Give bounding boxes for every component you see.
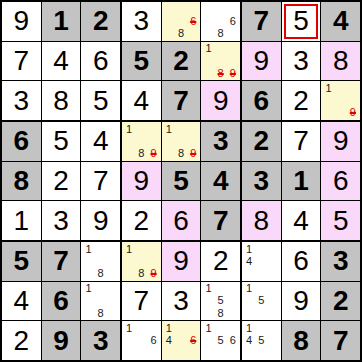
eliminated-candidate-6: 6 xyxy=(187,15,199,27)
filled-digit: 3 xyxy=(293,47,309,75)
filled-digit: 6 xyxy=(293,247,309,275)
filled-digit: 9 xyxy=(14,7,30,35)
empty-mark-slot xyxy=(163,347,175,359)
empty-mark-slot xyxy=(255,347,267,359)
empty-mark-slot xyxy=(175,3,187,15)
cell-r6c8[interactable]: 4 xyxy=(282,201,321,240)
filled-digit: 9 xyxy=(213,87,229,115)
filled-digit: 8 xyxy=(53,87,69,115)
cell-r7c4[interactable]: 189 xyxy=(122,242,161,281)
filled-digit: 3 xyxy=(53,207,69,235)
cell-r9c2[interactable]: 9 xyxy=(42,321,81,360)
empty-mark-slot xyxy=(255,255,267,267)
pencil-marks: 189 xyxy=(163,123,200,160)
cell-r3c5[interactable]: 7 xyxy=(162,81,201,120)
given-digit: 3 xyxy=(333,247,349,275)
filled-digit: 5 xyxy=(53,127,69,155)
cell-r8c1[interactable]: 4 xyxy=(2,282,41,321)
cell-r8c6[interactable]: 158 xyxy=(201,282,240,321)
empty-mark-slot xyxy=(187,27,199,39)
pencil-marks: 189 xyxy=(202,43,239,80)
filled-digit: 3 xyxy=(173,287,189,315)
box-3: 7549386219 xyxy=(242,2,360,120)
cell-r4c4[interactable]: 189 xyxy=(122,122,161,161)
empty-mark-slot xyxy=(202,307,214,319)
empty-mark-slot xyxy=(95,295,107,307)
empty-mark-slot xyxy=(227,295,239,307)
candidate-8: 8 xyxy=(215,307,227,319)
cell-r9c3[interactable]: 3 xyxy=(81,321,120,360)
empty-mark-slot xyxy=(187,347,199,359)
eliminated-candidate-9: 9 xyxy=(187,147,199,159)
cell-r7c2[interactable]: 7 xyxy=(42,242,81,281)
given-digit: 2 xyxy=(333,287,349,315)
filled-digit: 6 xyxy=(93,47,109,75)
cell-r7c5[interactable]: 9 xyxy=(162,242,201,281)
box-1: 912746385 xyxy=(2,2,120,120)
empty-mark-slot xyxy=(267,335,279,347)
empty-mark-slot xyxy=(95,243,107,255)
empty-mark-slot xyxy=(175,15,187,27)
empty-mark-slot xyxy=(267,347,279,359)
filled-digit: 4 xyxy=(53,47,69,75)
filled-digit: 4 xyxy=(134,87,150,115)
eliminated-candidate-9: 9 xyxy=(147,267,159,279)
empty-mark-slot xyxy=(135,243,147,255)
empty-mark-slot xyxy=(123,255,135,267)
filled-digit: 5 xyxy=(93,87,109,115)
cell-r7c3[interactable]: 18 xyxy=(81,242,120,281)
empty-mark-slot xyxy=(147,322,159,334)
pencil-marks: 189 xyxy=(123,243,160,280)
candidate-8: 8 xyxy=(95,267,107,279)
cell-r1c7[interactable]: 7 xyxy=(242,2,281,41)
pencil-marks: 68 xyxy=(163,3,200,40)
empty-mark-slot xyxy=(147,123,159,135)
filled-digit: 9 xyxy=(293,287,309,315)
cell-r8c4[interactable]: 7 xyxy=(122,282,161,321)
cell-r1c6[interactable]: 68 xyxy=(201,2,240,41)
empty-mark-slot xyxy=(202,3,214,15)
given-digit: 5 xyxy=(134,47,150,75)
empty-mark-slot xyxy=(175,335,187,347)
given-digit: 6 xyxy=(53,287,69,315)
empty-mark-slot xyxy=(347,82,359,94)
cell-r3c9[interactable]: 19 xyxy=(321,81,360,120)
cell-r5c4[interactable]: 9 xyxy=(122,162,161,201)
given-digit: 3 xyxy=(93,327,109,355)
empty-mark-slot xyxy=(215,322,227,334)
cell-r6c3[interactable]: 9 xyxy=(81,201,120,240)
cell-r9c5[interactable]: 146 xyxy=(162,321,201,360)
cell-r8c9[interactable]: 2 xyxy=(321,282,360,321)
candidate-4: 4 xyxy=(243,335,255,347)
given-digit: 4 xyxy=(213,167,229,195)
cell-r9c9[interactable]: 7 xyxy=(321,321,360,360)
empty-mark-slot xyxy=(123,135,135,147)
empty-mark-slot xyxy=(147,135,159,147)
filled-digit: 2 xyxy=(293,87,309,115)
filled-digit: 9 xyxy=(333,127,349,155)
cell-r3c4[interactable]: 4 xyxy=(122,81,161,120)
given-digit: 2 xyxy=(93,7,109,35)
eliminated-candidate-8: 8 xyxy=(215,67,227,79)
empty-mark-slot xyxy=(322,95,334,107)
empty-mark-slot xyxy=(187,322,199,334)
candidate-1: 1 xyxy=(322,82,334,94)
filled-digit: 7 xyxy=(293,127,309,155)
candidate-1: 1 xyxy=(82,243,94,255)
given-digit: 4 xyxy=(333,7,349,35)
filled-digit: 3 xyxy=(14,87,30,115)
empty-mark-slot xyxy=(243,295,255,307)
cell-r5c7[interactable]: 3 xyxy=(242,162,281,201)
cell-r4c2[interactable]: 5 xyxy=(42,122,81,161)
candidate-6: 6 xyxy=(227,15,239,27)
cell-r1c4[interactable]: 3 xyxy=(122,2,161,41)
cell-r2c4[interactable]: 5 xyxy=(122,42,161,81)
cell-r1c3[interactable]: 2 xyxy=(81,2,120,41)
empty-mark-slot xyxy=(267,322,279,334)
cell-r2c3[interactable]: 6 xyxy=(81,42,120,81)
cell-r5c2[interactable]: 2 xyxy=(42,162,81,201)
box-4: 654827139 xyxy=(2,122,120,240)
empty-mark-slot xyxy=(255,322,267,334)
empty-mark-slot xyxy=(227,307,239,319)
empty-mark-slot xyxy=(243,267,255,279)
cell-r5c1[interactable]: 8 xyxy=(2,162,41,201)
cell-r8c5[interactable]: 3 xyxy=(162,282,201,321)
cell-r2c8[interactable]: 3 xyxy=(282,42,321,81)
cell-r2c2[interactable]: 4 xyxy=(42,42,81,81)
cell-r7c8[interactable]: 6 xyxy=(282,242,321,281)
filled-digit: 6 xyxy=(333,167,349,195)
empty-mark-slot xyxy=(227,55,239,67)
given-digit: 6 xyxy=(254,87,270,115)
empty-mark-slot xyxy=(135,255,147,267)
empty-mark-slot xyxy=(227,283,239,295)
empty-mark-slot xyxy=(95,283,107,295)
pencil-marks: 158 xyxy=(202,283,239,320)
empty-mark-slot xyxy=(163,3,175,15)
candidate-1: 1 xyxy=(82,283,94,295)
empty-mark-slot xyxy=(335,82,347,94)
filled-digit: 2 xyxy=(14,327,30,355)
cell-r9c8[interactable]: 8 xyxy=(282,321,321,360)
cell-r3c6[interactable]: 9 xyxy=(201,81,240,120)
box-2: 3686852189479 xyxy=(122,2,240,120)
filled-digit: 8 xyxy=(333,47,349,75)
empty-mark-slot xyxy=(267,243,279,255)
candidate-1: 1 xyxy=(243,243,255,255)
cell-r6c7[interactable]: 8 xyxy=(242,201,281,240)
empty-mark-slot xyxy=(147,255,159,267)
given-digit: 8 xyxy=(293,327,309,355)
filled-digit: 9 xyxy=(173,247,189,275)
box-9: 1463159214587 xyxy=(242,242,360,360)
candidate-8: 8 xyxy=(215,27,227,39)
filled-digit: 6 xyxy=(173,207,189,235)
empty-mark-slot xyxy=(175,322,187,334)
given-digit: 2 xyxy=(173,47,189,75)
given-digit: 5 xyxy=(173,167,189,195)
cell-r4c5[interactable]: 189 xyxy=(162,122,201,161)
empty-mark-slot xyxy=(135,322,147,334)
given-digit: 5 xyxy=(14,247,30,275)
empty-mark-slot xyxy=(107,243,119,255)
given-digit: 7 xyxy=(173,87,189,115)
candidate-4: 4 xyxy=(163,335,175,347)
cell-r2c5[interactable]: 2 xyxy=(162,42,201,81)
box-6: 279316845 xyxy=(242,122,360,240)
empty-mark-slot xyxy=(135,135,147,147)
cell-r8c8[interactable]: 9 xyxy=(282,282,321,321)
candidate-1: 1 xyxy=(202,283,214,295)
empty-mark-slot xyxy=(227,27,239,39)
filled-digit: 9 xyxy=(93,207,109,235)
pencil-marks: 189 xyxy=(123,123,160,160)
empty-mark-slot xyxy=(202,55,214,67)
cell-r5c3[interactable]: 7 xyxy=(81,162,120,201)
eliminated-candidate-9: 9 xyxy=(347,107,359,119)
candidate-1: 1 xyxy=(163,322,175,334)
filled-digit: 2 xyxy=(213,247,229,275)
given-digit: 1 xyxy=(293,167,309,195)
cell-r6c5[interactable]: 6 xyxy=(162,201,201,240)
empty-mark-slot xyxy=(135,335,147,347)
filled-digit: 9 xyxy=(254,47,270,75)
empty-mark-slot xyxy=(243,347,255,359)
empty-mark-slot xyxy=(215,347,227,359)
candidate-1: 1 xyxy=(202,43,214,55)
empty-mark-slot xyxy=(123,147,135,159)
empty-mark-slot xyxy=(187,135,199,147)
candidate-8: 8 xyxy=(175,147,187,159)
empty-mark-slot xyxy=(202,295,214,307)
empty-mark-slot xyxy=(255,283,267,295)
eliminated-candidate-9: 9 xyxy=(147,147,159,159)
cell-r6c1[interactable]: 1 xyxy=(2,201,41,240)
cell-r5c9[interactable]: 6 xyxy=(321,162,360,201)
empty-mark-slot xyxy=(267,255,279,267)
filled-digit: 4 xyxy=(93,127,109,155)
filled-digit: 1 xyxy=(14,207,30,235)
cell-r2c6[interactable]: 189 xyxy=(201,42,240,81)
empty-mark-slot xyxy=(107,255,119,267)
cell-r9c4[interactable]: 16 xyxy=(122,321,161,360)
cell-r8c2[interactable]: 6 xyxy=(42,282,81,321)
empty-mark-slot xyxy=(227,3,239,15)
cell-r4c3[interactable]: 4 xyxy=(81,122,120,161)
empty-mark-slot xyxy=(243,307,255,319)
filled-digit: 4 xyxy=(14,287,30,315)
empty-mark-slot xyxy=(335,95,347,107)
pencil-marks: 16 xyxy=(123,322,160,359)
empty-mark-slot xyxy=(227,347,239,359)
given-digit: 7 xyxy=(213,207,229,235)
empty-mark-slot xyxy=(227,322,239,334)
empty-mark-slot xyxy=(267,295,279,307)
empty-mark-slot xyxy=(187,3,199,15)
candidate-1: 1 xyxy=(163,123,175,135)
pencil-marks: 18 xyxy=(82,283,119,320)
empty-mark-slot xyxy=(163,15,175,27)
cell-r6c6[interactable]: 7 xyxy=(201,201,240,240)
empty-mark-slot xyxy=(202,27,214,39)
empty-mark-slot xyxy=(107,283,119,295)
empty-mark-slot xyxy=(175,347,187,359)
empty-mark-slot xyxy=(107,267,119,279)
cell-r2c7[interactable]: 9 xyxy=(242,42,281,81)
cell-r5c5[interactable]: 5 xyxy=(162,162,201,201)
empty-mark-slot xyxy=(267,267,279,279)
empty-mark-slot xyxy=(202,335,214,347)
pencil-marks: 146 xyxy=(163,322,200,359)
filled-digit: 5 xyxy=(293,7,309,35)
empty-mark-slot xyxy=(175,135,187,147)
empty-mark-slot xyxy=(187,123,199,135)
empty-mark-slot xyxy=(335,107,347,119)
empty-mark-slot xyxy=(227,43,239,55)
cell-r4c9[interactable]: 9 xyxy=(321,122,360,161)
cell-r1c2[interactable]: 1 xyxy=(42,2,81,41)
candidate-8: 8 xyxy=(175,27,187,39)
box-7: 57184618293 xyxy=(2,242,120,360)
pencil-marks: 68 xyxy=(202,3,239,40)
empty-mark-slot xyxy=(255,307,267,319)
cell-r2c1[interactable]: 7 xyxy=(2,42,41,81)
candidate-5: 5 xyxy=(215,295,227,307)
filled-digit: 8 xyxy=(254,207,270,235)
pencil-marks: 14 xyxy=(243,243,280,280)
candidate-1: 1 xyxy=(123,123,135,135)
empty-mark-slot xyxy=(82,267,94,279)
cell-r3c8[interactable]: 2 xyxy=(282,81,321,120)
cell-r6c4[interactable]: 2 xyxy=(122,201,161,240)
empty-mark-slot xyxy=(123,267,135,279)
candidate-1: 1 xyxy=(202,322,214,334)
box-5: 1891893954267 xyxy=(122,122,240,240)
cell-r3c2[interactable]: 8 xyxy=(42,81,81,120)
empty-mark-slot xyxy=(215,283,227,295)
cell-r7c9[interactable]: 3 xyxy=(321,242,360,281)
candidate-8: 8 xyxy=(135,147,147,159)
cell-r1c5[interactable]: 68 xyxy=(162,2,201,41)
cell-r4c1[interactable]: 6 xyxy=(2,122,41,161)
cell-r9c6[interactable]: 156 xyxy=(201,321,240,360)
empty-mark-slot xyxy=(135,347,147,359)
empty-mark-slot xyxy=(347,95,359,107)
cell-r1c8[interactable]: 5 xyxy=(282,2,321,41)
empty-mark-slot xyxy=(215,3,227,15)
given-digit: 2 xyxy=(254,127,270,155)
empty-mark-slot xyxy=(215,43,227,55)
filled-digit: 2 xyxy=(53,167,69,195)
candidate-1: 1 xyxy=(123,322,135,334)
given-digit: 9 xyxy=(53,327,69,355)
candidate-5: 5 xyxy=(255,295,267,307)
filled-digit: 7 xyxy=(93,167,109,195)
empty-mark-slot xyxy=(123,347,135,359)
filled-digit: 3 xyxy=(134,7,150,35)
empty-mark-slot xyxy=(267,307,279,319)
pencil-marks: 145 xyxy=(243,322,280,359)
empty-mark-slot xyxy=(107,307,119,319)
empty-mark-slot xyxy=(147,347,159,359)
cell-r7c6[interactable]: 2 xyxy=(201,242,240,281)
cell-r8c7[interactable]: 15 xyxy=(242,282,281,321)
eliminated-candidate-6: 6 xyxy=(187,335,199,347)
cell-r9c1[interactable]: 2 xyxy=(2,321,41,360)
cell-r3c3[interactable]: 5 xyxy=(81,81,120,120)
empty-mark-slot xyxy=(123,335,135,347)
cell-r3c1[interactable]: 3 xyxy=(2,81,41,120)
empty-mark-slot xyxy=(82,255,94,267)
filled-digit: 7 xyxy=(134,287,150,315)
candidate-5: 5 xyxy=(215,335,227,347)
empty-mark-slot xyxy=(255,243,267,255)
cell-r1c1[interactable]: 9 xyxy=(2,2,41,41)
given-digit: 7 xyxy=(53,247,69,275)
cell-r7c7[interactable]: 14 xyxy=(242,242,281,281)
sudoku-board: 9127463853686852189479754938621965482713… xyxy=(0,0,362,362)
empty-mark-slot xyxy=(163,147,175,159)
cell-r4c6[interactable]: 3 xyxy=(201,122,240,161)
empty-mark-slot xyxy=(202,347,214,359)
empty-mark-slot xyxy=(267,283,279,295)
filled-digit: 5 xyxy=(333,207,349,235)
empty-mark-slot xyxy=(322,107,334,119)
filled-digit: 2 xyxy=(134,207,150,235)
cell-r1c9[interactable]: 4 xyxy=(321,2,360,41)
cell-r5c8[interactable]: 1 xyxy=(282,162,321,201)
cell-r8c3[interactable]: 18 xyxy=(81,282,120,321)
pencil-marks: 19 xyxy=(322,82,359,119)
box-8: 189927315816146156 xyxy=(122,242,240,360)
eliminated-candidate-9: 9 xyxy=(227,67,239,79)
cell-r2c9[interactable]: 8 xyxy=(321,42,360,81)
given-digit: 3 xyxy=(254,167,270,195)
empty-mark-slot xyxy=(95,255,107,267)
cell-r6c9[interactable]: 5 xyxy=(321,201,360,240)
given-digit: 1 xyxy=(53,7,69,35)
candidate-1: 1 xyxy=(243,283,255,295)
filled-digit: 9 xyxy=(134,167,150,195)
filled-digit: 4 xyxy=(293,207,309,235)
empty-mark-slot xyxy=(202,67,214,79)
empty-mark-slot xyxy=(215,55,227,67)
cell-r6c2[interactable]: 3 xyxy=(42,201,81,240)
cell-r4c7[interactable]: 2 xyxy=(242,122,281,161)
cell-r4c8[interactable]: 7 xyxy=(282,122,321,161)
given-digit: 3 xyxy=(213,127,229,155)
empty-mark-slot xyxy=(82,295,94,307)
pencil-marks: 156 xyxy=(202,322,239,359)
given-digit: 7 xyxy=(333,327,349,355)
cell-r5c6[interactable]: 4 xyxy=(201,162,240,201)
candidate-8: 8 xyxy=(135,267,147,279)
empty-mark-slot xyxy=(135,123,147,135)
candidate-5: 5 xyxy=(255,335,267,347)
candidate-8: 8 xyxy=(95,307,107,319)
cell-r9c7[interactable]: 145 xyxy=(242,321,281,360)
cell-r3c7[interactable]: 6 xyxy=(242,81,281,120)
candidate-4: 4 xyxy=(243,255,255,267)
given-digit: 6 xyxy=(14,127,30,155)
cell-r7c1[interactable]: 5 xyxy=(2,242,41,281)
empty-mark-slot xyxy=(175,123,187,135)
filled-digit: 7 xyxy=(14,47,30,75)
